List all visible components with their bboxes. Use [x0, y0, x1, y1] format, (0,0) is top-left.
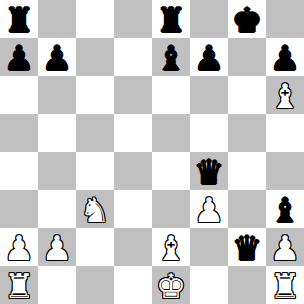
white-pawn-h2: ♟	[270, 229, 300, 267]
square-c3[interactable]: ♞	[76, 190, 114, 228]
square-f5[interactable]	[190, 114, 228, 152]
square-h8[interactable]	[266, 0, 304, 38]
square-g3[interactable]	[228, 190, 266, 228]
square-c7[interactable]	[76, 38, 114, 76]
square-d6[interactable]	[114, 76, 152, 114]
square-f2[interactable]	[190, 228, 228, 266]
black-pawn-a7: ♟	[4, 39, 34, 77]
square-g1[interactable]	[228, 266, 266, 304]
square-h1[interactable]: ♜	[266, 266, 304, 304]
black-bishop-h3: ♝	[270, 191, 300, 229]
square-e8[interactable]: ♜	[152, 0, 190, 38]
square-a4[interactable]	[0, 152, 38, 190]
white-king-e1: ♚	[156, 267, 186, 304]
square-b2[interactable]: ♟	[38, 228, 76, 266]
square-e5[interactable]	[152, 114, 190, 152]
white-rook-a1: ♜	[4, 267, 34, 304]
square-a5[interactable]	[0, 114, 38, 152]
square-f8[interactable]	[190, 0, 228, 38]
square-d2[interactable]	[114, 228, 152, 266]
square-h2[interactable]: ♟	[266, 228, 304, 266]
black-bishop-e7: ♝	[156, 39, 186, 77]
black-queen-f4: ♛	[194, 153, 224, 191]
square-e4[interactable]	[152, 152, 190, 190]
square-a8[interactable]: ♜	[0, 0, 38, 38]
square-b5[interactable]	[38, 114, 76, 152]
black-pawn-f7: ♟	[194, 39, 224, 77]
black-queen-g2: ♛	[232, 229, 262, 267]
square-c1[interactable]	[76, 266, 114, 304]
square-b1[interactable]	[38, 266, 76, 304]
black-king-g8: ♚	[232, 1, 262, 39]
square-g8[interactable]: ♚	[228, 0, 266, 38]
white-pawn-b2: ♟	[42, 229, 72, 267]
square-d4[interactable]	[114, 152, 152, 190]
white-bishop-h6: ♝	[270, 77, 300, 115]
square-b8[interactable]	[38, 0, 76, 38]
white-bishop-e2: ♝	[156, 229, 186, 267]
square-g7[interactable]	[228, 38, 266, 76]
square-f4[interactable]: ♛	[190, 152, 228, 190]
black-rook-a8: ♜	[4, 1, 34, 39]
white-pawn-f3: ♟	[194, 191, 224, 229]
white-rook-h1: ♜	[270, 267, 300, 304]
square-g5[interactable]	[228, 114, 266, 152]
square-g4[interactable]	[228, 152, 266, 190]
square-d7[interactable]	[114, 38, 152, 76]
square-d8[interactable]	[114, 0, 152, 38]
square-h4[interactable]	[266, 152, 304, 190]
white-knight-c3: ♞	[80, 191, 110, 229]
square-e6[interactable]	[152, 76, 190, 114]
square-f3[interactable]: ♟	[190, 190, 228, 228]
chess-board: ♜♜♚♟♟♝♟♟♝♛♞♟♝♟♟♝♛♟♜♚♜	[0, 0, 304, 304]
black-rook-e8: ♜	[156, 1, 186, 39]
square-b7[interactable]: ♟	[38, 38, 76, 76]
square-h5[interactable]	[266, 114, 304, 152]
square-d5[interactable]	[114, 114, 152, 152]
square-a3[interactable]	[0, 190, 38, 228]
square-e3[interactable]	[152, 190, 190, 228]
square-e7[interactable]: ♝	[152, 38, 190, 76]
square-h7[interactable]: ♟	[266, 38, 304, 76]
square-d1[interactable]	[114, 266, 152, 304]
square-g6[interactable]	[228, 76, 266, 114]
square-b6[interactable]	[38, 76, 76, 114]
square-a6[interactable]	[0, 76, 38, 114]
square-e1[interactable]: ♚	[152, 266, 190, 304]
square-a1[interactable]: ♜	[0, 266, 38, 304]
square-f1[interactable]	[190, 266, 228, 304]
square-a2[interactable]: ♟	[0, 228, 38, 266]
square-a7[interactable]: ♟	[0, 38, 38, 76]
square-b3[interactable]	[38, 190, 76, 228]
square-g2[interactable]: ♛	[228, 228, 266, 266]
square-h3[interactable]: ♝	[266, 190, 304, 228]
square-f6[interactable]	[190, 76, 228, 114]
square-h6[interactable]: ♝	[266, 76, 304, 114]
square-c2[interactable]	[76, 228, 114, 266]
square-f7[interactable]: ♟	[190, 38, 228, 76]
square-c6[interactable]	[76, 76, 114, 114]
white-pawn-a2: ♟	[4, 229, 34, 267]
black-pawn-b7: ♟	[42, 39, 72, 77]
square-d3[interactable]	[114, 190, 152, 228]
black-pawn-h7: ♟	[270, 39, 300, 77]
square-e2[interactable]: ♝	[152, 228, 190, 266]
square-c5[interactable]	[76, 114, 114, 152]
square-c8[interactable]	[76, 0, 114, 38]
square-c4[interactable]	[76, 152, 114, 190]
square-b4[interactable]	[38, 152, 76, 190]
